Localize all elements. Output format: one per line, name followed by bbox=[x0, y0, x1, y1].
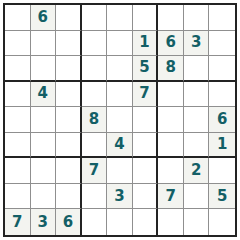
sudoku-cell-r3c3[interactable] bbox=[56, 56, 82, 82]
sudoku-cell-r7c1[interactable] bbox=[5, 158, 31, 184]
sudoku-board: 61635847864172375736 bbox=[3, 3, 237, 237]
sudoku-cell-r9c3[interactable]: 6 bbox=[56, 209, 82, 235]
sudoku-cell-r5c1[interactable] bbox=[5, 107, 31, 133]
sudoku-cell-r6c6[interactable] bbox=[133, 133, 159, 159]
sudoku-cell-r4c8[interactable] bbox=[184, 82, 210, 108]
sudoku-cell-r2c9[interactable] bbox=[209, 31, 235, 57]
sudoku-cell-r1c4[interactable] bbox=[82, 5, 108, 31]
sudoku-cell-r1c2[interactable]: 6 bbox=[31, 5, 57, 31]
sudoku-cell-r2c6[interactable]: 1 bbox=[133, 31, 159, 57]
sudoku-cell-r1c1[interactable] bbox=[5, 5, 31, 31]
sudoku-cell-r3c5[interactable] bbox=[107, 56, 133, 82]
sudoku-cell-r7c4[interactable]: 7 bbox=[82, 158, 108, 184]
sudoku-cell-r9c2[interactable]: 3 bbox=[31, 209, 57, 235]
sudoku-cell-r8c7[interactable]: 7 bbox=[158, 184, 184, 210]
sudoku-cell-r7c6[interactable] bbox=[133, 158, 159, 184]
sudoku-cell-r9c6[interactable] bbox=[133, 209, 159, 235]
sudoku-cell-r2c8[interactable]: 3 bbox=[184, 31, 210, 57]
sudoku-cell-r9c1[interactable]: 7 bbox=[5, 209, 31, 235]
sudoku-cell-r8c2[interactable] bbox=[31, 184, 57, 210]
sudoku-cell-r2c7[interactable]: 6 bbox=[158, 31, 184, 57]
sudoku-cell-r9c9[interactable] bbox=[209, 209, 235, 235]
sudoku-cell-r4c9[interactable] bbox=[209, 82, 235, 108]
sudoku-cell-r9c8[interactable] bbox=[184, 209, 210, 235]
sudoku-cell-r4c2[interactable]: 4 bbox=[31, 82, 57, 108]
sudoku-cell-r9c4[interactable] bbox=[82, 209, 108, 235]
sudoku-cell-r1c5[interactable] bbox=[107, 5, 133, 31]
sudoku-cell-r7c9[interactable] bbox=[209, 158, 235, 184]
sudoku-cell-r4c5[interactable] bbox=[107, 82, 133, 108]
sudoku-cell-r5c8[interactable] bbox=[184, 107, 210, 133]
sudoku-cell-r8c5[interactable]: 3 bbox=[107, 184, 133, 210]
sudoku-cell-r1c6[interactable] bbox=[133, 5, 159, 31]
sudoku-cell-r4c1[interactable] bbox=[5, 82, 31, 108]
sudoku-cell-r1c8[interactable] bbox=[184, 5, 210, 31]
sudoku-cell-r3c7[interactable]: 8 bbox=[158, 56, 184, 82]
sudoku-cell-r6c2[interactable] bbox=[31, 133, 57, 159]
sudoku-cell-r6c9[interactable]: 1 bbox=[209, 133, 235, 159]
sudoku-cell-r7c8[interactable]: 2 bbox=[184, 158, 210, 184]
sudoku-cell-r2c3[interactable] bbox=[56, 31, 82, 57]
sudoku-cell-r5c5[interactable] bbox=[107, 107, 133, 133]
sudoku-cell-r5c7[interactable] bbox=[158, 107, 184, 133]
sudoku-cell-r8c8[interactable] bbox=[184, 184, 210, 210]
sudoku-cell-r7c3[interactable] bbox=[56, 158, 82, 184]
sudoku-cell-r8c6[interactable] bbox=[133, 184, 159, 210]
sudoku-cell-r8c1[interactable] bbox=[5, 184, 31, 210]
sudoku-cell-r6c7[interactable] bbox=[158, 133, 184, 159]
sudoku-cell-r8c3[interactable] bbox=[56, 184, 82, 210]
sudoku-cell-r2c5[interactable] bbox=[107, 31, 133, 57]
sudoku-cell-r1c3[interactable] bbox=[56, 5, 82, 31]
sudoku-cell-r3c8[interactable] bbox=[184, 56, 210, 82]
sudoku-cell-r4c4[interactable] bbox=[82, 82, 108, 108]
sudoku-cell-r6c8[interactable] bbox=[184, 133, 210, 159]
sudoku-cell-r2c4[interactable] bbox=[82, 31, 108, 57]
sudoku-cell-r8c4[interactable] bbox=[82, 184, 108, 210]
sudoku-cell-r5c4[interactable]: 8 bbox=[82, 107, 108, 133]
sudoku-cell-r2c1[interactable] bbox=[5, 31, 31, 57]
sudoku-cell-r5c3[interactable] bbox=[56, 107, 82, 133]
sudoku-cell-r9c7[interactable] bbox=[158, 209, 184, 235]
sudoku-cell-r9c5[interactable] bbox=[107, 209, 133, 235]
sudoku-cell-r4c7[interactable] bbox=[158, 82, 184, 108]
sudoku-cell-r3c2[interactable] bbox=[31, 56, 57, 82]
sudoku-cell-r5c9[interactable]: 6 bbox=[209, 107, 235, 133]
sudoku-cell-r2c2[interactable] bbox=[31, 31, 57, 57]
sudoku-cell-r8c9[interactable]: 5 bbox=[209, 184, 235, 210]
sudoku-cell-r6c5[interactable]: 4 bbox=[107, 133, 133, 159]
sudoku-cell-r4c6[interactable]: 7 bbox=[133, 82, 159, 108]
sudoku-cell-r3c4[interactable] bbox=[82, 56, 108, 82]
sudoku-cell-r6c3[interactable] bbox=[56, 133, 82, 159]
sudoku-cell-r4c3[interactable] bbox=[56, 82, 82, 108]
sudoku-board-wrapper: 61635847864172375736 bbox=[0, 0, 240, 240]
sudoku-cell-r1c9[interactable] bbox=[209, 5, 235, 31]
sudoku-cell-r1c7[interactable] bbox=[158, 5, 184, 31]
sudoku-cell-r3c6[interactable]: 5 bbox=[133, 56, 159, 82]
sudoku-cell-r3c1[interactable] bbox=[5, 56, 31, 82]
sudoku-cell-r6c4[interactable] bbox=[82, 133, 108, 159]
sudoku-cell-r7c2[interactable] bbox=[31, 158, 57, 184]
sudoku-cell-r7c5[interactable] bbox=[107, 158, 133, 184]
sudoku-cell-r3c9[interactable] bbox=[209, 56, 235, 82]
sudoku-cell-r7c7[interactable] bbox=[158, 158, 184, 184]
sudoku-cell-r6c1[interactable] bbox=[5, 133, 31, 159]
sudoku-cell-r5c2[interactable] bbox=[31, 107, 57, 133]
sudoku-cell-r5c6[interactable] bbox=[133, 107, 159, 133]
